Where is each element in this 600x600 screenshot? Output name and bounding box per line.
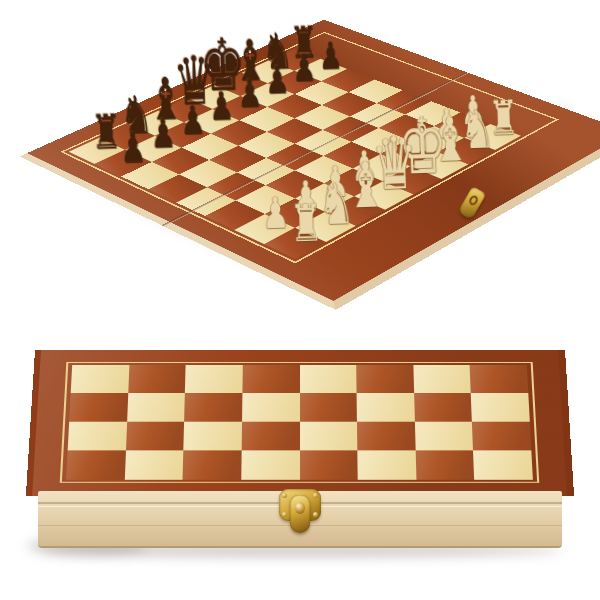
open-board-grid: ♜♞♝♛♚♝♞♜♟♟♟♟♟♟♟♟♟♟♟♟♟♟♟♟♜♞♝♛♚♝♞♜ <box>69 35 551 259</box>
closed-top-square <box>356 365 414 393</box>
closed-box-pinstripe-frame <box>60 362 540 482</box>
photo-stage: ♜♞♝♛♚♝♞♜♟♟♟♟♟♟♟♟♟♟♟♟♟♟♟♟♜♞♝♛♚♝♞♜ <box>0 0 600 600</box>
closed-top-square <box>183 450 242 479</box>
closed-top-square <box>473 450 533 479</box>
closed-top-square <box>299 365 356 393</box>
closed-top-square <box>415 450 474 479</box>
piece-black-pawn: ♟ <box>100 126 166 169</box>
closed-top-square <box>299 422 357 451</box>
closed-top-square <box>299 393 357 421</box>
closed-top-square <box>357 422 415 451</box>
closed-top-square <box>472 422 531 451</box>
square-a7: ♟ <box>95 150 152 177</box>
closed-top-square <box>470 365 528 393</box>
closed-top-square <box>68 422 127 451</box>
closed-top-square <box>242 365 299 393</box>
closed-box-front <box>38 491 562 548</box>
screw-icon <box>313 512 318 517</box>
closed-top-square <box>357 393 415 421</box>
square-a1: ♜ <box>264 228 326 259</box>
closed-top-square <box>126 422 185 451</box>
screw-icon <box>313 493 318 498</box>
closed-top-square <box>128 365 186 393</box>
chess-board-open: ♜♞♝♛♚♝♞♜♟♟♟♟♟♟♟♟♟♟♟♟♟♟♟♟♜♞♝♛♚♝♞♜ <box>20 20 600 310</box>
clasp-knob <box>295 502 305 514</box>
closed-top-square <box>299 450 357 479</box>
brass-clasp-icon <box>277 487 323 543</box>
closed-top-square <box>413 365 471 393</box>
closed-top-square <box>242 422 300 451</box>
closed-chess-box <box>35 350 565 565</box>
closed-top-square <box>415 422 474 451</box>
closed-top-square <box>242 393 300 421</box>
open-chess-set: ♜♞♝♛♚♝♞♜♟♟♟♟♟♟♟♟♟♟♟♟♟♟♟♟♜♞♝♛♚♝♞♜ <box>0 0 600 330</box>
screw-icon <box>282 512 287 517</box>
closed-top-square <box>471 393 530 421</box>
closed-top-square <box>241 450 299 479</box>
closed-top-square <box>185 365 243 393</box>
closed-top-square <box>71 365 129 393</box>
piece-white-rook: ♜ <box>270 196 341 250</box>
closed-top-square <box>66 450 126 479</box>
closed-top-square <box>184 393 242 421</box>
closed-top-square <box>357 450 416 479</box>
closed-board-grid <box>66 365 533 480</box>
closed-top-square <box>69 393 128 421</box>
closed-top-square <box>414 393 472 421</box>
board-pinstripe-frame: ♜♞♝♛♚♝♞♜♟♟♟♟♟♟♟♟♟♟♟♟♟♟♟♟♜♞♝♛♚♝♞♜ <box>60 32 558 264</box>
closed-box-top <box>26 350 574 496</box>
screw-icon <box>282 493 287 498</box>
closed-top-square <box>184 422 242 451</box>
clasp-hasp <box>290 495 310 533</box>
closed-top-square <box>127 393 185 421</box>
closed-top-square <box>124 450 183 479</box>
